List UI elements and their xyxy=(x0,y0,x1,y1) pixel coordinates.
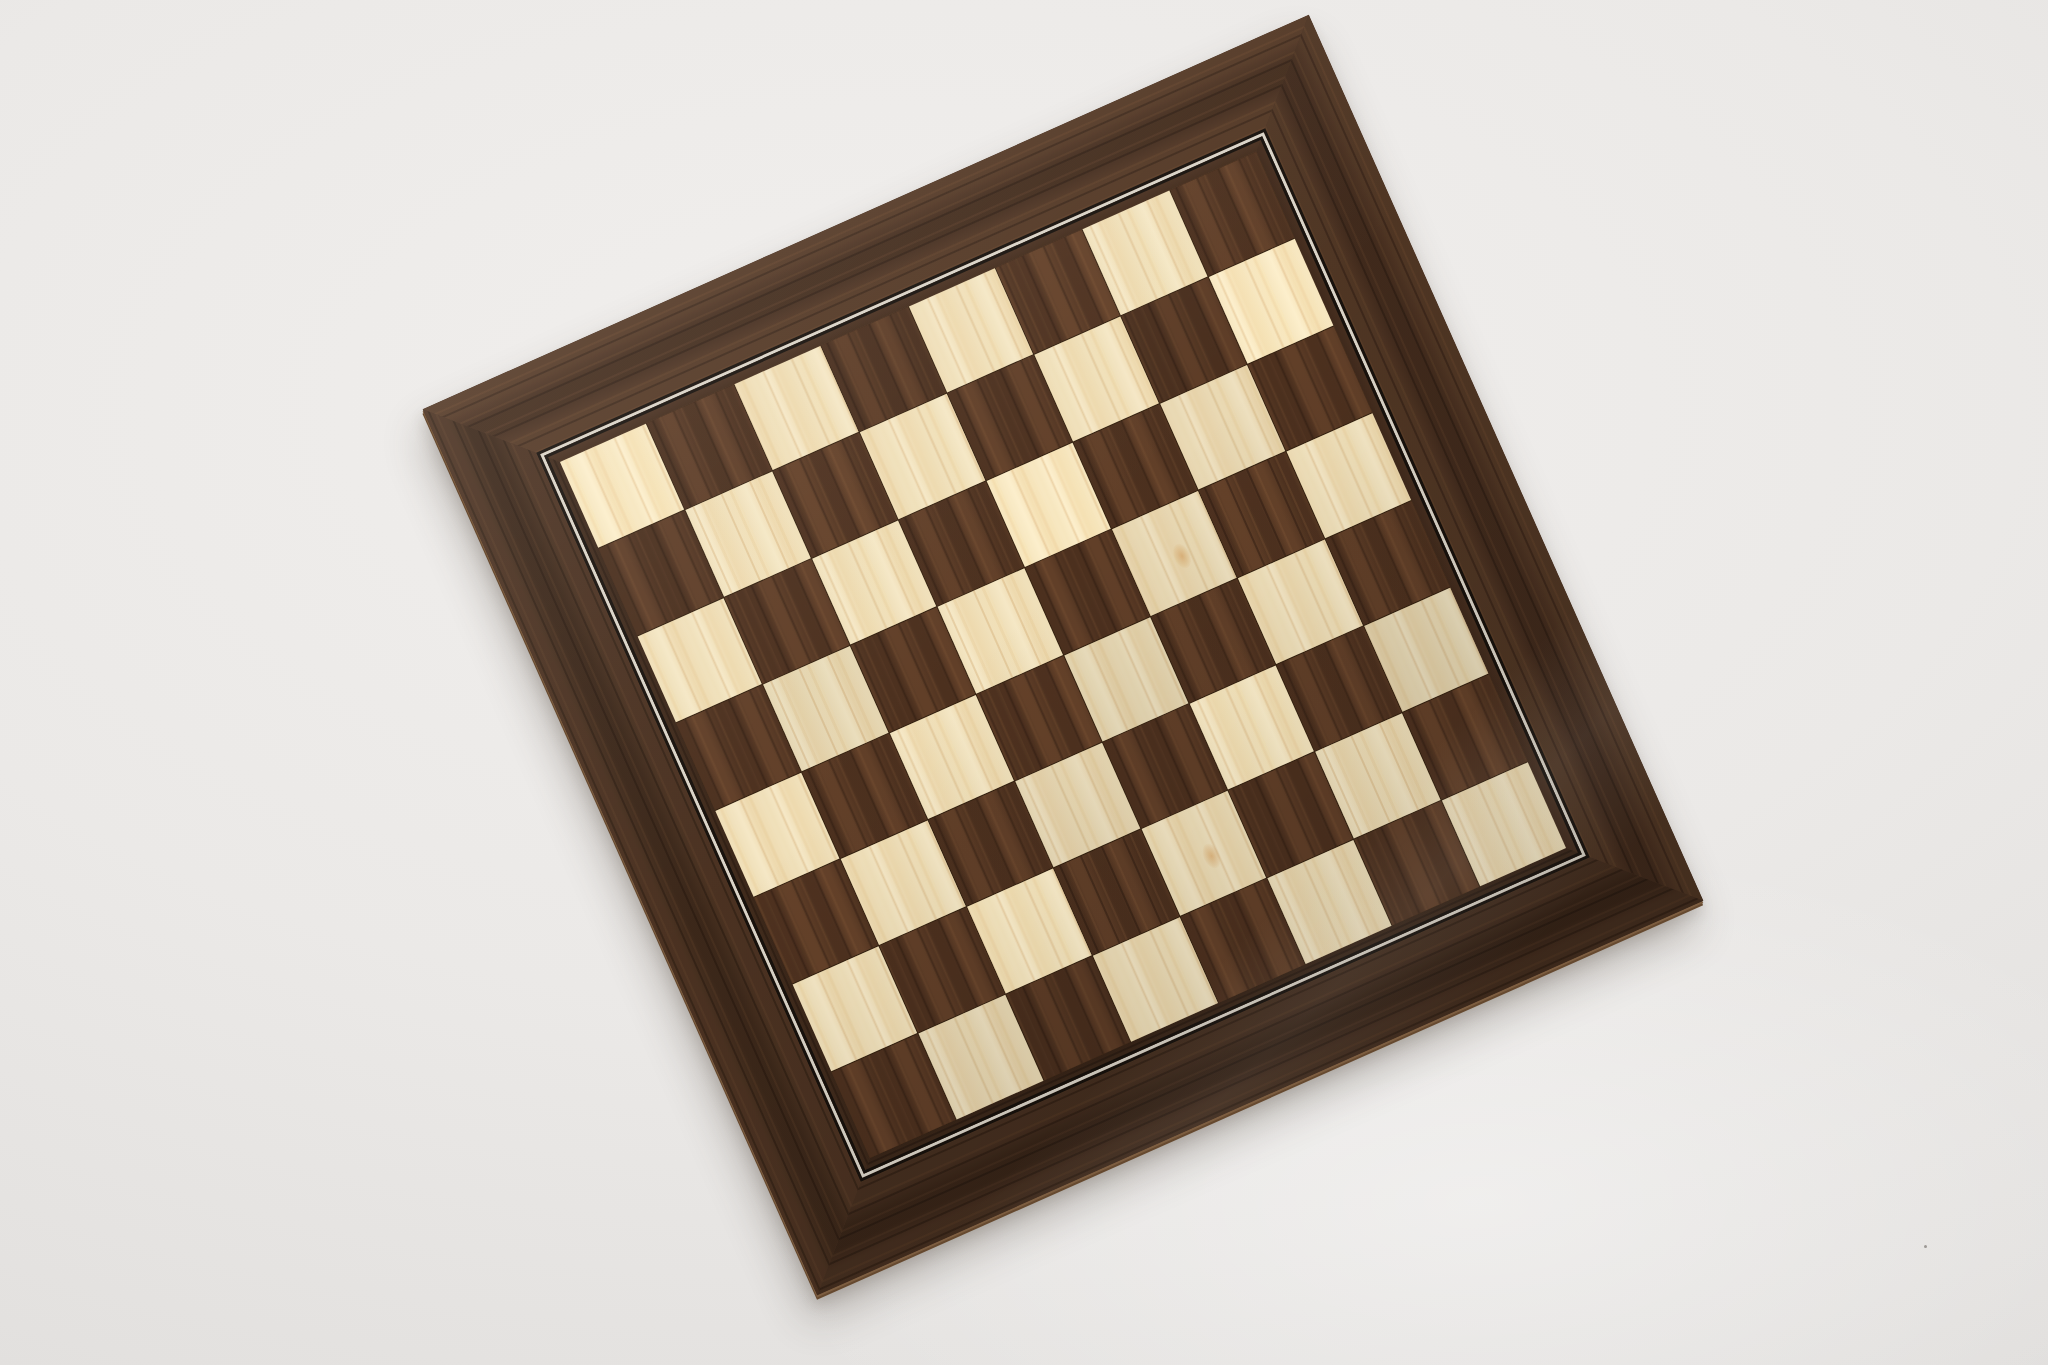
dust-speck xyxy=(1924,1245,1927,1248)
studio-background xyxy=(0,0,2048,1365)
chess-board xyxy=(423,15,1704,1296)
